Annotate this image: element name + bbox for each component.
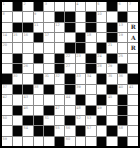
- white-cell[interactable]: [44, 23, 54, 32]
- white-cell[interactable]: 24: [97, 54, 107, 63]
- black-cell: [55, 64, 65, 73]
- white-cell[interactable]: [97, 85, 107, 94]
- black-cell: [128, 74, 138, 83]
- white-cell[interactable]: 14: [2, 33, 12, 42]
- white-cell[interactable]: [2, 23, 12, 32]
- black-cell: [13, 64, 23, 73]
- white-cell[interactable]: 39: [76, 85, 86, 94]
- white-cell[interactable]: [86, 2, 96, 11]
- black-cell: [97, 116, 107, 125]
- white-cell[interactable]: 10: [97, 12, 107, 21]
- white-cell[interactable]: [128, 54, 138, 63]
- white-cell[interactable]: [128, 95, 138, 104]
- white-cell[interactable]: [2, 64, 12, 73]
- clue-number: 7: [129, 2, 131, 6]
- white-cell[interactable]: [44, 64, 54, 73]
- white-cell[interactable]: [107, 12, 117, 21]
- black-cell: [97, 74, 107, 83]
- white-cell[interactable]: [2, 106, 12, 115]
- clue-number: 43: [24, 95, 28, 99]
- black-cell: [23, 116, 33, 125]
- white-cell[interactable]: [97, 126, 107, 135]
- clue-number: 59: [3, 137, 7, 141]
- black-cell: [107, 54, 117, 63]
- black-cell: [107, 85, 117, 94]
- white-cell[interactable]: [128, 64, 138, 73]
- black-cell: [23, 23, 33, 32]
- white-cell[interactable]: [97, 23, 107, 32]
- white-cell[interactable]: 41: [128, 85, 138, 94]
- white-cell[interactable]: 2: [23, 2, 33, 11]
- clue-number: 50: [3, 116, 7, 120]
- white-cell[interactable]: 37: [2, 85, 12, 94]
- black-cell: [34, 33, 44, 42]
- clue-number: 58: [118, 126, 122, 130]
- white-cell[interactable]: 48: [76, 106, 86, 115]
- clue-number: 4: [76, 2, 78, 6]
- white-cell[interactable]: 27: [65, 64, 75, 73]
- black-cell: [34, 116, 44, 125]
- white-cell[interactable]: 53: [86, 116, 96, 125]
- clue-number: 23: [76, 54, 80, 58]
- white-cell[interactable]: [44, 137, 54, 146]
- clue-number: 8: [3, 12, 5, 16]
- clue-number: 40: [118, 85, 122, 89]
- white-cell[interactable]: [44, 43, 54, 52]
- white-cell[interactable]: 19: [118, 33, 128, 42]
- clue-number: 45: [108, 95, 112, 99]
- clue-number: 46: [24, 106, 28, 110]
- white-cell[interactable]: 34: [86, 74, 96, 83]
- filled-letter: A: [128, 33, 138, 42]
- white-cell[interactable]: 25: [118, 54, 128, 63]
- white-cell[interactable]: [107, 106, 117, 115]
- white-cell[interactable]: [55, 33, 65, 42]
- white-cell[interactable]: [86, 43, 96, 52]
- white-cell[interactable]: 31: [44, 74, 54, 83]
- clue-number: 33: [76, 74, 80, 78]
- clue-number: 31: [45, 74, 49, 78]
- white-cell[interactable]: [34, 95, 44, 104]
- black-cell: [44, 85, 54, 94]
- black-cell: [107, 23, 117, 32]
- black-cell: [97, 95, 107, 104]
- white-cell[interactable]: 54: [23, 126, 33, 135]
- white-cell[interactable]: 6: [118, 2, 128, 11]
- clue-number: 28: [97, 64, 101, 68]
- filled-letter: R: [128, 23, 138, 32]
- black-cell: [65, 43, 75, 52]
- black-cell: [118, 64, 128, 73]
- black-cell: [34, 74, 44, 83]
- clue-number: 24: [97, 54, 101, 58]
- clue-number: 56: [66, 126, 70, 130]
- white-cell[interactable]: [13, 95, 23, 104]
- white-cell[interactable]: 32: [55, 74, 65, 83]
- white-cell[interactable]: 15: [13, 33, 23, 42]
- white-cell[interactable]: 23: [76, 54, 86, 63]
- clue-number: 15: [13, 33, 17, 37]
- white-cell[interactable]: [23, 74, 33, 83]
- white-cell[interactable]: [44, 95, 54, 104]
- black-cell: [97, 43, 107, 52]
- filled-letter: R: [128, 43, 138, 52]
- clue-number: 20: [3, 43, 7, 47]
- clue-number: 14: [3, 33, 7, 37]
- white-cell[interactable]: [76, 64, 86, 73]
- white-cell[interactable]: 4: [76, 2, 86, 11]
- clue-number: 48: [76, 106, 80, 110]
- white-cell[interactable]: 1: [2, 2, 12, 11]
- black-cell: [118, 95, 128, 104]
- clue-number: 49: [97, 106, 101, 110]
- white-cell[interactable]: 45: [107, 95, 117, 104]
- clue-number: 22: [66, 54, 70, 58]
- white-cell[interactable]: 20: [2, 43, 12, 52]
- white-cell[interactable]: [76, 12, 86, 21]
- clue-number: 11: [34, 23, 38, 27]
- white-cell[interactable]: 38: [34, 85, 44, 94]
- white-cell[interactable]: 13: [118, 23, 128, 32]
- black-cell: [34, 2, 44, 11]
- white-cell[interactable]: 59: [2, 137, 12, 146]
- white-cell[interactable]: [34, 137, 44, 146]
- white-cell[interactable]: [128, 126, 138, 135]
- white-cell[interactable]: 17: [44, 33, 54, 42]
- clue-number: 18: [87, 33, 91, 37]
- clue-number: 36: [118, 74, 122, 78]
- clue-number: 42: [3, 95, 7, 99]
- white-cell[interactable]: 22: [65, 54, 75, 63]
- clue-number: 16: [24, 33, 28, 37]
- white-cell[interactable]: [13, 43, 23, 52]
- black-cell: [65, 74, 75, 83]
- black-cell: [107, 126, 117, 135]
- white-cell[interactable]: 46: [23, 106, 33, 115]
- white-cell[interactable]: 43: [23, 95, 33, 104]
- clue-number: 54: [24, 126, 28, 130]
- clue-number: 30: [13, 74, 17, 78]
- white-cell[interactable]: 28: [97, 64, 107, 73]
- clue-number: 52: [76, 116, 80, 120]
- clue-number: 51: [45, 116, 49, 120]
- white-cell[interactable]: [118, 43, 128, 52]
- white-cell[interactable]: [23, 12, 33, 21]
- black-cell: [55, 54, 65, 63]
- white-cell[interactable]: [55, 2, 65, 11]
- white-cell[interactable]: [107, 116, 117, 125]
- white-cell[interactable]: [23, 43, 33, 52]
- white-cell[interactable]: [2, 126, 12, 135]
- white-cell[interactable]: [86, 137, 96, 146]
- white-cell[interactable]: 5: [97, 2, 107, 11]
- black-cell: [34, 54, 44, 63]
- clue-number: 2: [24, 2, 26, 6]
- black-cell: [86, 23, 96, 32]
- clue-number: 25: [118, 54, 122, 58]
- white-cell[interactable]: 44: [65, 95, 75, 104]
- white-cell[interactable]: 50: [2, 116, 12, 125]
- black-cell: [118, 106, 128, 115]
- black-cell: [65, 116, 75, 125]
- white-cell[interactable]: 49: [97, 106, 107, 115]
- white-cell[interactable]: [65, 106, 75, 115]
- clue-number: 1: [3, 2, 5, 6]
- white-cell[interactable]: 30: [13, 74, 23, 83]
- black-cell: [76, 43, 86, 52]
- white-cell[interactable]: [128, 116, 138, 125]
- crossword-grid: 12345678910111213R141516171819A2021R2223…: [0, 0, 140, 148]
- white-cell[interactable]: [128, 137, 138, 146]
- white-cell[interactable]: [34, 64, 44, 73]
- black-cell: [44, 126, 54, 135]
- white-cell[interactable]: 36: [118, 74, 128, 83]
- white-cell[interactable]: 11: [34, 23, 44, 32]
- white-cell[interactable]: 52: [76, 116, 86, 125]
- white-cell[interactable]: [55, 116, 65, 125]
- clue-number: 53: [87, 116, 91, 120]
- white-cell[interactable]: [23, 54, 33, 63]
- clue-number: 34: [87, 74, 91, 78]
- clue-number: 27: [66, 64, 70, 68]
- black-cell: [55, 12, 65, 21]
- black-cell: [13, 2, 23, 11]
- clue-number: 19: [118, 33, 122, 37]
- black-cell: [107, 33, 117, 42]
- clue-number: 60: [66, 137, 70, 141]
- white-cell[interactable]: R: [128, 43, 138, 52]
- white-cell[interactable]: 21: [107, 43, 117, 52]
- black-cell: [2, 74, 12, 83]
- white-cell[interactable]: [55, 85, 65, 94]
- clue-number: 55: [55, 126, 59, 130]
- white-cell[interactable]: [128, 106, 138, 115]
- white-cell[interactable]: 26: [23, 64, 33, 73]
- white-cell[interactable]: [107, 137, 117, 146]
- black-cell: [34, 126, 44, 135]
- white-cell[interactable]: [76, 137, 86, 146]
- clue-number: 29: [108, 64, 112, 68]
- clue-number: 12: [55, 23, 59, 27]
- white-cell[interactable]: 3: [44, 2, 54, 11]
- white-cell[interactable]: [55, 95, 65, 104]
- white-cell[interactable]: R: [128, 23, 138, 32]
- white-cell[interactable]: 55: [55, 126, 65, 135]
- white-cell[interactable]: [55, 43, 65, 52]
- black-cell: [86, 54, 96, 63]
- white-cell[interactable]: [23, 137, 33, 146]
- white-cell[interactable]: 58: [118, 126, 128, 135]
- white-cell[interactable]: 60: [65, 137, 75, 146]
- clue-number: 44: [66, 95, 70, 99]
- white-cell[interactable]: 8: [2, 12, 12, 21]
- black-cell: [13, 126, 23, 135]
- white-cell[interactable]: 18: [86, 33, 96, 42]
- black-cell: [76, 95, 86, 104]
- white-cell[interactable]: [44, 54, 54, 63]
- white-cell[interactable]: [13, 137, 23, 146]
- black-cell: [86, 64, 96, 73]
- white-cell[interactable]: 51: [44, 116, 54, 125]
- white-cell[interactable]: A: [128, 33, 138, 42]
- white-cell[interactable]: [97, 33, 107, 42]
- white-cell[interactable]: [65, 2, 75, 11]
- white-cell[interactable]: [86, 95, 96, 104]
- clue-number: 35: [108, 74, 112, 78]
- black-cell: [13, 85, 23, 94]
- clue-number: 47: [55, 106, 59, 110]
- white-cell[interactable]: [34, 106, 44, 115]
- black-cell: [118, 137, 128, 146]
- white-cell[interactable]: 35: [107, 74, 117, 83]
- white-cell[interactable]: [13, 116, 23, 125]
- black-cell: [13, 106, 23, 115]
- white-cell[interactable]: 56: [65, 126, 75, 135]
- black-cell: [65, 12, 75, 21]
- black-cell: [13, 23, 23, 32]
- black-cell: [86, 12, 96, 21]
- clue-number: 13: [118, 23, 122, 27]
- black-cell: [97, 137, 107, 146]
- white-cell[interactable]: [65, 33, 75, 42]
- black-cell: [65, 85, 75, 94]
- white-cell[interactable]: 12: [55, 23, 65, 32]
- black-cell: [118, 116, 128, 125]
- white-cell[interactable]: 16: [23, 33, 33, 42]
- black-cell: [55, 137, 65, 146]
- white-cell[interactable]: 42: [2, 95, 12, 104]
- clue-number: 9: [34, 12, 36, 16]
- black-cell: [44, 106, 54, 115]
- black-cell: [23, 85, 33, 94]
- clue-number: 10: [97, 12, 101, 16]
- clue-number: 3: [45, 2, 47, 6]
- black-cell: [118, 12, 128, 21]
- clue-number: 38: [34, 85, 38, 89]
- clue-number: 17: [45, 33, 49, 37]
- clue-number: 21: [108, 43, 112, 47]
- black-cell: [76, 126, 86, 135]
- black-cell: [107, 2, 117, 11]
- white-cell[interactable]: 33: [76, 74, 86, 83]
- white-cell[interactable]: [128, 12, 138, 21]
- black-cell: [76, 33, 86, 42]
- clue-number: 57: [87, 126, 91, 130]
- clue-number: 39: [76, 85, 80, 89]
- black-cell: [13, 54, 23, 63]
- clue-number: 5: [97, 2, 99, 6]
- white-cell[interactable]: 40: [118, 85, 128, 94]
- clue-number: 37: [3, 85, 7, 89]
- clue-number: 41: [129, 85, 133, 89]
- black-cell: [65, 23, 75, 32]
- white-cell[interactable]: [34, 43, 44, 52]
- white-cell[interactable]: [86, 85, 96, 94]
- white-cell[interactable]: [44, 12, 54, 21]
- clue-number: 26: [24, 64, 28, 68]
- white-cell[interactable]: 29: [107, 64, 117, 73]
- white-cell[interactable]: 7: [128, 2, 138, 11]
- white-cell[interactable]: 57: [86, 126, 96, 135]
- white-cell[interactable]: 9: [34, 12, 44, 21]
- black-cell: [86, 106, 96, 115]
- white-cell[interactable]: 47: [55, 106, 65, 115]
- clue-number: 32: [55, 74, 59, 78]
- white-cell[interactable]: [76, 23, 86, 32]
- white-cell[interactable]: [2, 54, 12, 63]
- clue-number: 6: [118, 2, 120, 6]
- white-cell[interactable]: [13, 12, 23, 21]
